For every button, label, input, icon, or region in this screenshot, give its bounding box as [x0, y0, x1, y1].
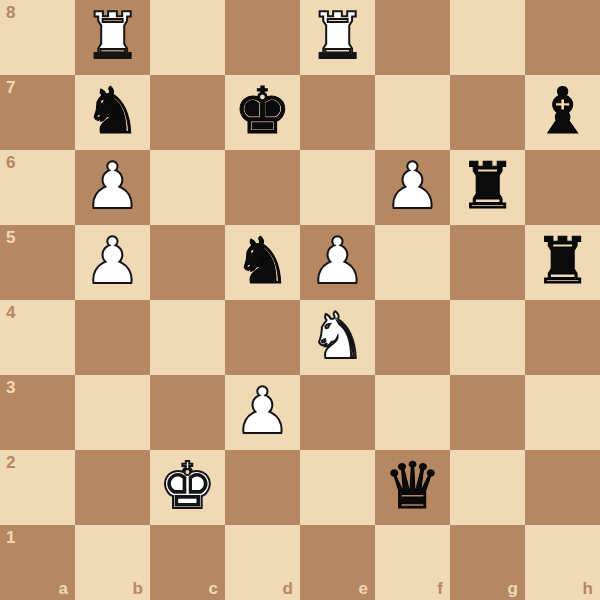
- square-b4[interactable]: [75, 300, 150, 375]
- rank-label-5: 5: [6, 229, 15, 246]
- piece-white-pawn[interactable]: ♟: [384, 154, 441, 218]
- square-b2[interactable]: [75, 450, 150, 525]
- square-c2[interactable]: ♚: [150, 450, 225, 525]
- square-a1[interactable]: 1a: [0, 525, 75, 600]
- square-f6[interactable]: ♟: [375, 150, 450, 225]
- square-b1[interactable]: b: [75, 525, 150, 600]
- square-f1[interactable]: f: [375, 525, 450, 600]
- square-h1[interactable]: h: [525, 525, 600, 600]
- square-a2[interactable]: 2: [0, 450, 75, 525]
- square-f5[interactable]: [375, 225, 450, 300]
- square-e4[interactable]: ♞: [300, 300, 375, 375]
- piece-black-rook[interactable]: ♜: [534, 229, 591, 293]
- rank-label-4: 4: [6, 304, 15, 321]
- square-h5[interactable]: ♜: [525, 225, 600, 300]
- square-g3[interactable]: [450, 375, 525, 450]
- square-a6[interactable]: 6: [0, 150, 75, 225]
- square-e5[interactable]: ♟: [300, 225, 375, 300]
- piece-black-queen[interactable]: ♛: [384, 454, 441, 518]
- square-f7[interactable]: [375, 75, 450, 150]
- piece-black-king[interactable]: ♚: [234, 79, 291, 143]
- square-a7[interactable]: 7: [0, 75, 75, 150]
- rank-label-8: 8: [6, 4, 15, 21]
- square-d1[interactable]: d: [225, 525, 300, 600]
- piece-white-king[interactable]: ♚: [159, 454, 216, 518]
- square-e8[interactable]: ♜: [300, 0, 375, 75]
- square-g8[interactable]: [450, 0, 525, 75]
- piece-black-bishop[interactable]: ♝: [534, 79, 591, 143]
- square-d2[interactable]: [225, 450, 300, 525]
- square-h6[interactable]: [525, 150, 600, 225]
- square-e1[interactable]: e: [300, 525, 375, 600]
- square-b5[interactable]: ♟: [75, 225, 150, 300]
- square-d6[interactable]: [225, 150, 300, 225]
- rank-label-7: 7: [6, 79, 15, 96]
- square-d7[interactable]: ♚: [225, 75, 300, 150]
- rank-label-6: 6: [6, 154, 15, 171]
- square-b7[interactable]: ♞: [75, 75, 150, 150]
- square-h8[interactable]: [525, 0, 600, 75]
- piece-black-rook[interactable]: ♜: [459, 154, 516, 218]
- square-h4[interactable]: [525, 300, 600, 375]
- square-a3[interactable]: 3: [0, 375, 75, 450]
- square-e3[interactable]: [300, 375, 375, 450]
- square-g1[interactable]: g: [450, 525, 525, 600]
- square-g2[interactable]: [450, 450, 525, 525]
- piece-white-pawn[interactable]: ♟: [309, 229, 366, 293]
- file-label-f: f: [437, 580, 443, 597]
- square-h7[interactable]: ♝: [525, 75, 600, 150]
- piece-white-pawn[interactable]: ♟: [84, 154, 141, 218]
- square-d8[interactable]: [225, 0, 300, 75]
- square-g4[interactable]: [450, 300, 525, 375]
- square-c8[interactable]: [150, 0, 225, 75]
- square-g5[interactable]: [450, 225, 525, 300]
- file-label-g: g: [508, 580, 518, 597]
- square-d3[interactable]: ♟: [225, 375, 300, 450]
- square-c3[interactable]: [150, 375, 225, 450]
- square-g7[interactable]: [450, 75, 525, 150]
- square-f3[interactable]: [375, 375, 450, 450]
- square-h2[interactable]: [525, 450, 600, 525]
- piece-black-knight[interactable]: ♞: [84, 79, 141, 143]
- square-d5[interactable]: ♞: [225, 225, 300, 300]
- square-e6[interactable]: [300, 150, 375, 225]
- square-g6[interactable]: ♜: [450, 150, 525, 225]
- square-b3[interactable]: [75, 375, 150, 450]
- square-a5[interactable]: 5: [0, 225, 75, 300]
- piece-black-knight[interactable]: ♞: [234, 229, 291, 293]
- square-c7[interactable]: [150, 75, 225, 150]
- square-c1[interactable]: c: [150, 525, 225, 600]
- square-f8[interactable]: [375, 0, 450, 75]
- square-c6[interactable]: [150, 150, 225, 225]
- square-b6[interactable]: ♟: [75, 150, 150, 225]
- rank-label-3: 3: [6, 379, 15, 396]
- file-label-a: a: [59, 580, 68, 597]
- square-e2[interactable]: [300, 450, 375, 525]
- file-label-h: h: [583, 580, 593, 597]
- file-label-b: b: [133, 580, 143, 597]
- square-a4[interactable]: 4: [0, 300, 75, 375]
- rank-label-2: 2: [6, 454, 15, 471]
- piece-white-rook[interactable]: ♜: [309, 4, 366, 68]
- file-label-d: d: [283, 580, 293, 597]
- square-a8[interactable]: 8: [0, 0, 75, 75]
- square-f4[interactable]: [375, 300, 450, 375]
- piece-white-knight[interactable]: ♞: [309, 304, 366, 368]
- square-h3[interactable]: [525, 375, 600, 450]
- file-label-c: c: [209, 580, 218, 597]
- square-c5[interactable]: [150, 225, 225, 300]
- file-label-e: e: [359, 580, 368, 597]
- piece-white-pawn[interactable]: ♟: [84, 229, 141, 293]
- square-f2[interactable]: ♛: [375, 450, 450, 525]
- square-c4[interactable]: [150, 300, 225, 375]
- rank-label-1: 1: [6, 529, 15, 546]
- square-d4[interactable]: [225, 300, 300, 375]
- piece-white-rook[interactable]: ♜: [84, 4, 141, 68]
- square-b8[interactable]: ♜: [75, 0, 150, 75]
- piece-white-pawn[interactable]: ♟: [234, 379, 291, 443]
- chess-board: 8♜♜7♞♚♝6♟♟♜5♟♞♟♜4♞3♟2♚♛1abcdefgh: [0, 0, 600, 600]
- square-e7[interactable]: [300, 75, 375, 150]
